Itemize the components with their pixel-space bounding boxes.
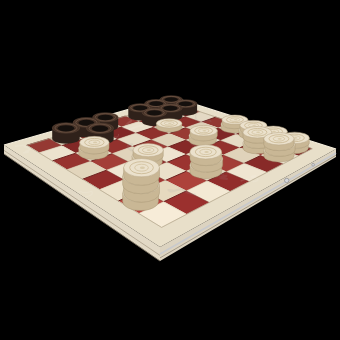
light-piece-stack-r7c3[interactable] bbox=[79, 136, 109, 159]
light-piece-stack-r3c5[interactable] bbox=[189, 125, 217, 145]
light-piece-stack-r3c3[interactable] bbox=[156, 119, 182, 133]
light-piece-stack-r2c8[interactable] bbox=[264, 133, 295, 162]
light-piece-stack-r5c7[interactable] bbox=[190, 145, 223, 179]
dark-piece-r7c1[interactable] bbox=[52, 123, 80, 144]
scene bbox=[0, 0, 340, 340]
checkers-board bbox=[0, 0, 340, 340]
light-piece-stack-r8c7[interactable] bbox=[123, 159, 160, 211]
hinge-knob bbox=[285, 178, 289, 182]
hinge-screw bbox=[312, 163, 315, 166]
